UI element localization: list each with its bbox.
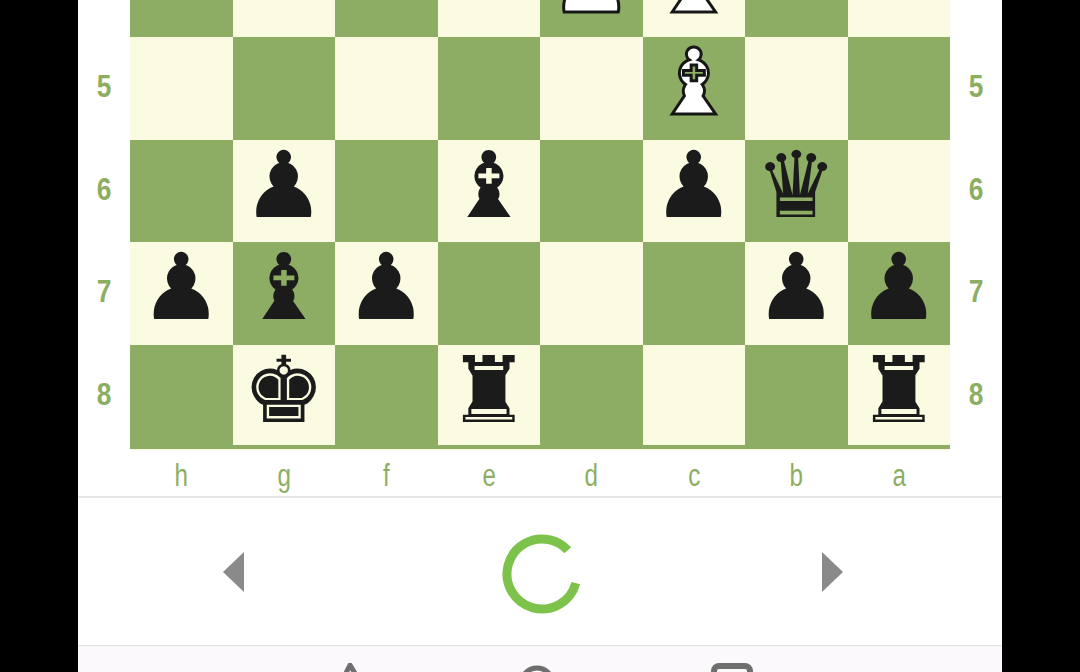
square-h8[interactable] <box>130 345 233 448</box>
square-f4[interactable] <box>335 0 438 37</box>
right-letterbox-bar <box>1002 0 1080 672</box>
square-f6[interactable] <box>335 140 438 243</box>
square-a6[interactable] <box>848 140 951 243</box>
square-e4[interactable] <box>438 0 541 37</box>
square-c6[interactable]: ♟ <box>643 140 746 243</box>
rank-label-5-right: 5 <box>954 69 998 105</box>
square-e6[interactable]: ♝ <box>438 140 541 243</box>
file-label-a: a <box>859 458 939 494</box>
rank-label-7-left: 7 <box>82 274 126 310</box>
circle-icon[interactable] <box>518 663 556 672</box>
rank-label-8-right: 8 <box>954 377 998 413</box>
square-c4[interactable]: ♝ <box>643 0 746 37</box>
square-e7[interactable] <box>438 242 541 345</box>
file-label-b: b <box>756 458 836 494</box>
square-g5[interactable] <box>233 37 336 140</box>
black-bishop[interactable]: ♝ <box>448 135 530 238</box>
loading-spinner-icon <box>498 530 586 618</box>
square-b8[interactable] <box>745 345 848 448</box>
square-g4[interactable] <box>233 0 336 37</box>
share-arrow-icon[interactable] <box>334 663 370 672</box>
square-e8[interactable]: ♜ <box>438 345 541 448</box>
rank-label-7-right: 7 <box>954 274 998 310</box>
black-pawn[interactable]: ♟ <box>345 237 427 340</box>
square-f8[interactable] <box>335 345 438 448</box>
square-g7[interactable]: ♝ <box>233 242 336 345</box>
square-a8[interactable]: ♜ <box>848 345 951 448</box>
white-pawn[interactable]: ♟ <box>550 0 632 32</box>
bottom-toolbar <box>78 645 1002 672</box>
square-b5[interactable] <box>745 37 848 140</box>
chess-board[interactable]: ♜♜♚♟♟♟♝♟♛♟♝♟♝♝♟ <box>130 0 950 450</box>
square-h7[interactable]: ♟ <box>130 242 233 345</box>
black-pawn[interactable]: ♟ <box>243 135 325 238</box>
square-h5[interactable] <box>130 37 233 140</box>
white-bishop[interactable]: ♝ <box>653 0 735 32</box>
square-b4[interactable] <box>745 0 848 37</box>
square-h6[interactable] <box>130 140 233 243</box>
square-e5[interactable] <box>438 37 541 140</box>
square-c5[interactable]: ♝ <box>643 37 746 140</box>
square-f5[interactable] <box>335 37 438 140</box>
square-h4[interactable] <box>130 0 233 37</box>
next-move-button[interactable] <box>801 541 863 603</box>
square-a4[interactable] <box>848 0 951 37</box>
square-a5[interactable] <box>848 37 951 140</box>
square-d8[interactable] <box>540 345 643 448</box>
black-pawn[interactable]: ♟ <box>858 237 940 340</box>
board-panel-icon[interactable] <box>711 663 753 672</box>
chevron-right-icon <box>822 552 843 592</box>
chevron-left-icon <box>223 552 244 592</box>
square-d4[interactable]: ♟ <box>540 0 643 37</box>
file-label-g: g <box>244 458 324 494</box>
rank-label-6-right: 6 <box>954 172 998 208</box>
white-bishop[interactable]: ♝ <box>653 32 735 135</box>
rank-label-5-left: 5 <box>82 69 126 105</box>
black-bishop[interactable]: ♝ <box>243 237 325 340</box>
section-divider <box>78 496 1002 498</box>
square-g6[interactable]: ♟ <box>233 140 336 243</box>
black-pawn[interactable]: ♟ <box>653 135 735 238</box>
board-bottom-edge <box>130 445 950 449</box>
black-king[interactable]: ♚ <box>243 340 325 443</box>
file-label-d: d <box>551 458 631 494</box>
square-a7[interactable]: ♟ <box>848 242 951 345</box>
black-pawn[interactable]: ♟ <box>140 237 222 340</box>
square-f7[interactable]: ♟ <box>335 242 438 345</box>
black-queen[interactable]: ♛ <box>755 135 837 238</box>
square-d5[interactable] <box>540 37 643 140</box>
square-d7[interactable] <box>540 242 643 345</box>
square-b6[interactable]: ♛ <box>745 140 848 243</box>
square-g8[interactable]: ♚ <box>233 345 336 448</box>
file-label-h: h <box>141 458 221 494</box>
rank-label-6-left: 6 <box>82 172 126 208</box>
app-screen: ♜♜♚♟♟♟♝♟♛♟♝♟♝♝♟ 5678 5678 hgfedcba <box>0 0 1080 672</box>
left-letterbox-bar <box>0 0 78 672</box>
rank-label-8-left: 8 <box>82 377 126 413</box>
black-pawn[interactable]: ♟ <box>755 237 837 340</box>
square-c8[interactable] <box>643 345 746 448</box>
square-c7[interactable] <box>643 242 746 345</box>
square-d6[interactable] <box>540 140 643 243</box>
prev-move-button[interactable] <box>202 541 264 603</box>
file-label-c: c <box>654 458 734 494</box>
black-rook[interactable]: ♜ <box>858 340 940 443</box>
file-label-f: f <box>346 458 426 494</box>
file-label-e: e <box>449 458 529 494</box>
black-rook[interactable]: ♜ <box>448 340 530 443</box>
square-b7[interactable]: ♟ <box>745 242 848 345</box>
